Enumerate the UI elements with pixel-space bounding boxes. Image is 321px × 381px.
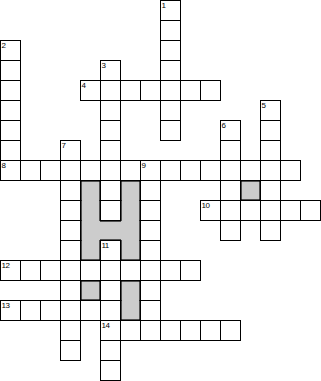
shaded-border	[99, 200, 101, 221]
shaded-border	[80, 180, 101, 182]
shaded-border	[120, 280, 141, 282]
shaded-border	[240, 199, 261, 201]
shaded-border	[99, 180, 101, 201]
shaded-border	[120, 319, 141, 321]
shaded-cell-r10c6[interactable]	[120, 200, 141, 221]
shaded-border	[80, 200, 82, 221]
shaded-cell-r14c4[interactable]	[80, 280, 101, 301]
shaded-border	[139, 200, 141, 221]
shaded-border	[139, 220, 141, 241]
shaded-border	[120, 180, 141, 182]
shaded-border	[99, 240, 101, 261]
shaded-border	[240, 180, 242, 201]
shaded-border	[139, 280, 141, 301]
shaded-cell-r12c4[interactable]	[80, 240, 101, 261]
shaded-border	[80, 259, 101, 261]
shaded-cell-r11c6[interactable]	[120, 220, 141, 241]
shaded-border	[120, 259, 141, 261]
shaded-border	[100, 239, 121, 241]
shaded-border	[80, 220, 82, 241]
shaded-border	[240, 180, 261, 182]
shaded-border	[80, 299, 101, 301]
shaded-cell-r11c5[interactable]	[100, 220, 121, 241]
shaded-border	[139, 300, 141, 321]
shaded-border	[139, 180, 141, 201]
shaded-cell-r15c6[interactable]	[120, 300, 141, 321]
shaded-border	[120, 280, 122, 301]
shaded-border	[80, 280, 101, 282]
shaded-cell-r9c4[interactable]	[80, 180, 101, 201]
shaded-cells-layer	[0, 0, 321, 381]
shaded-border	[100, 220, 121, 222]
shaded-border	[120, 180, 122, 201]
shaded-border	[259, 180, 261, 201]
shaded-border	[120, 200, 122, 221]
shaded-cell-r14c6[interactable]	[120, 280, 141, 301]
shaded-cell-r11c4[interactable]	[80, 220, 101, 241]
crossword-board: 1234567891011121314	[0, 0, 321, 381]
shaded-cell-r10c4[interactable]	[80, 200, 101, 221]
shaded-border	[80, 240, 82, 261]
shaded-cell-r9c12[interactable]	[240, 180, 261, 201]
shaded-cell-r12c6[interactable]	[120, 240, 141, 261]
shaded-border	[99, 280, 101, 301]
shaded-cell-r9c6[interactable]	[120, 180, 141, 201]
shaded-border	[120, 300, 122, 321]
shaded-border	[120, 240, 122, 261]
shaded-border	[80, 180, 82, 201]
shaded-border	[139, 240, 141, 261]
shaded-border	[80, 280, 82, 301]
